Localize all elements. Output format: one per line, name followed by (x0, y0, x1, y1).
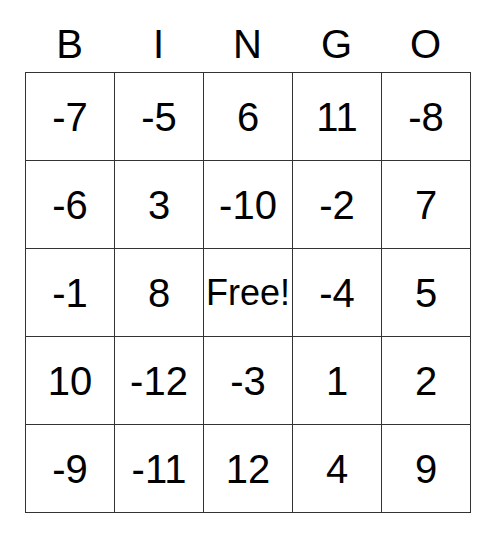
bingo-cell-r2c3[interactable]: -4 (293, 249, 382, 337)
bingo-cell-r3c3[interactable]: 1 (293, 337, 382, 425)
bingo-cell-r4c2[interactable]: 12 (204, 425, 293, 513)
bingo-cell-r4c3[interactable]: 4 (293, 425, 382, 513)
bingo-cell-r4c1[interactable]: -11 (115, 425, 204, 513)
bingo-cell-r1c4[interactable]: 7 (382, 161, 471, 249)
bingo-cell-r3c2[interactable]: -3 (204, 337, 293, 425)
header-letter-n: N (203, 0, 292, 72)
bingo-cell-r0c3[interactable]: 11 (293, 73, 382, 161)
bingo-cell-r0c4[interactable]: -8 (382, 73, 471, 161)
header-letter-o: O (381, 0, 470, 72)
bingo-cell-r4c0[interactable]: -9 (26, 425, 115, 513)
bingo-cell-r1c2[interactable]: -10 (204, 161, 293, 249)
bingo-card: BINGO -7-5611-8-63-10-27-18Free!-4510-12… (25, 0, 471, 513)
free-cell[interactable]: Free! (204, 249, 293, 337)
bingo-cell-r1c1[interactable]: 3 (115, 161, 204, 249)
bingo-cell-r2c0[interactable]: -1 (26, 249, 115, 337)
bingo-cell-r0c2[interactable]: 6 (204, 73, 293, 161)
header-letter-i: I (114, 0, 203, 72)
header-letter-g: G (292, 0, 381, 72)
bingo-header-row: BINGO (25, 0, 471, 72)
bingo-cell-r2c4[interactable]: 5 (382, 249, 471, 337)
bingo-cell-r3c4[interactable]: 2 (382, 337, 471, 425)
header-letter-b: B (25, 0, 114, 72)
bingo-cell-r0c0[interactable]: -7 (26, 73, 115, 161)
bingo-cell-r4c4[interactable]: 9 (382, 425, 471, 513)
bingo-cell-r3c1[interactable]: -12 (115, 337, 204, 425)
bingo-cell-r2c1[interactable]: 8 (115, 249, 204, 337)
bingo-cell-r1c3[interactable]: -2 (293, 161, 382, 249)
bingo-cell-r1c0[interactable]: -6 (26, 161, 115, 249)
bingo-cell-r0c1[interactable]: -5 (115, 73, 204, 161)
bingo-board: -7-5611-8-63-10-27-18Free!-4510-12-312-9… (25, 72, 471, 513)
bingo-cell-r3c0[interactable]: 10 (26, 337, 115, 425)
